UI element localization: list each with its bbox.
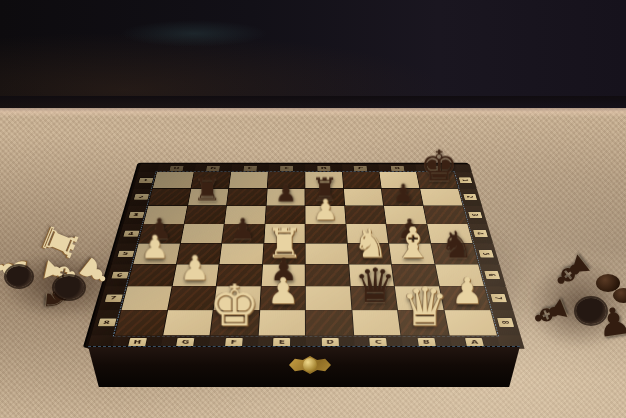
file-label-H: H	[128, 338, 147, 346]
square-h5[interactable]: ♟	[133, 244, 180, 265]
square-e8[interactable]	[258, 310, 306, 335]
file-label-A: A	[465, 338, 484, 346]
rank-label-1: 1	[458, 177, 471, 183]
piece-white-pawn-a7[interactable]: ♟	[451, 273, 483, 309]
rank-label-5: 5	[478, 250, 493, 257]
square-a8[interactable]	[444, 310, 497, 335]
square-h8[interactable]	[115, 310, 168, 335]
photo-scene: { "game": "chess", "scene_description": …	[0, 0, 626, 418]
rank-label-4: 4	[473, 230, 488, 237]
square-b8[interactable]: ♛	[398, 310, 449, 335]
square-h6[interactable]	[128, 264, 177, 286]
piece-white-king-f8[interactable]: ♚	[209, 277, 260, 334]
square-e7[interactable]: ♟	[260, 286, 306, 310]
file-label-G: G	[176, 338, 194, 346]
square-g4[interactable]	[180, 224, 224, 243]
square-c2[interactable]	[343, 188, 383, 205]
file-label-E: E	[273, 338, 290, 346]
file-label-C: C	[369, 338, 387, 346]
rank-label-8: 8	[97, 319, 116, 327]
rim-far: F	[231, 164, 269, 172]
file-label-B: B	[390, 166, 404, 171]
piece-white-pawn-h5[interactable]: ♟	[141, 231, 170, 263]
file-label-F: F	[225, 338, 243, 346]
square-f4[interactable]: ♟	[222, 224, 265, 243]
rank-label-6: 6	[484, 271, 500, 279]
piece-white-pawn-d3[interactable]: ♟	[313, 195, 338, 223]
piece-black-pawn-f4[interactable]: ♟	[230, 214, 255, 242]
square-g8[interactable]	[163, 310, 214, 335]
square-c7[interactable]: ♛	[350, 286, 398, 310]
chess-board-3d: HGFEDCBA1♚12♜♟♜♟23♟34♟♟♟45♟♜♞♝♞56♟♟67♟♛♟…	[85, 163, 521, 347]
file-label-C: C	[354, 166, 367, 171]
file-label-F: F	[243, 166, 256, 171]
square-h7[interactable]	[122, 286, 173, 310]
rank-label-8: 8	[497, 318, 514, 327]
square-d7[interactable]	[306, 286, 352, 310]
rim-far	[139, 164, 159, 172]
piece-black-king-a1[interactable]: ♚	[420, 145, 458, 187]
rank-label-1: 1	[138, 178, 153, 183]
room-fabric-transition	[0, 96, 626, 112]
piece-black-pawn-b2[interactable]: ♟	[393, 181, 415, 205]
file-label-H: H	[169, 166, 183, 171]
square-d5[interactable]	[306, 244, 349, 265]
square-a5[interactable]: ♞	[431, 244, 478, 265]
felt-base-of-lying-piece	[576, 298, 606, 324]
piece-black-knight-a5[interactable]: ♞	[440, 226, 473, 263]
square-c8[interactable]	[352, 310, 402, 335]
rank-label-2: 2	[133, 194, 148, 199]
rank-label-7: 7	[490, 294, 506, 302]
square-d6[interactable]	[306, 264, 351, 286]
rank-label-3: 3	[128, 212, 144, 218]
square-b2[interactable]: ♟	[382, 188, 424, 205]
square-f8[interactable]: ♚	[210, 310, 259, 335]
rank-label-5: 5	[117, 251, 134, 257]
piece-white-pawn-g6[interactable]: ♟	[179, 252, 209, 286]
rank-label-4: 4	[123, 231, 139, 237]
file-label-D: D	[322, 338, 339, 346]
square-a2[interactable]	[420, 188, 463, 205]
square-a1[interactable]: ♚	[417, 172, 458, 188]
rim-far: B	[378, 164, 416, 172]
square-d3[interactable]: ♟	[305, 206, 346, 224]
rank-label-3: 3	[468, 212, 482, 218]
file-label-D: D	[317, 166, 330, 171]
rim-far: E	[268, 164, 305, 172]
square-h1[interactable]	[153, 172, 194, 188]
brass-clasp[interactable]	[289, 352, 331, 378]
square-e2[interactable]: ♟	[266, 188, 305, 205]
square-d8[interactable]	[306, 310, 354, 335]
piece-white-pawn-e7[interactable]: ♟	[267, 273, 299, 309]
chess-board-grid: HGFEDCBA1♚12♜♟♜♟23♟34♟♟♟45♟♜♞♝♞56♟♟67♟♛♟…	[85, 163, 521, 347]
square-h2[interactable]	[148, 188, 191, 205]
rank-label-2: 2	[463, 194, 477, 200]
square-f1[interactable]	[229, 172, 268, 188]
file-label-B: B	[417, 338, 435, 346]
square-c1[interactable]	[342, 172, 381, 188]
felt-base-of-lying-piece	[54, 276, 84, 299]
rim-far: H	[157, 164, 196, 172]
square-f2[interactable]	[227, 188, 267, 205]
piece-black-rook-g2[interactable]: ♜	[193, 173, 222, 205]
piece-black-queen-c7[interactable]: ♛	[354, 262, 397, 309]
piece-white-queen-b8[interactable]: ♛	[401, 281, 449, 334]
rim-far: C	[342, 164, 380, 172]
square-f5[interactable]	[219, 244, 263, 265]
piece-white-bishop-b5[interactable]: ♝	[394, 221, 432, 264]
clasp-knob	[303, 358, 317, 372]
felt-base-of-lying-piece	[6, 266, 32, 287]
piece-black-pawn-e2[interactable]: ♟	[275, 181, 297, 205]
square-g2[interactable]: ♜	[188, 188, 229, 205]
file-label-E: E	[280, 166, 293, 171]
square-g3[interactable]	[184, 206, 227, 224]
square-d4[interactable]	[306, 224, 348, 243]
